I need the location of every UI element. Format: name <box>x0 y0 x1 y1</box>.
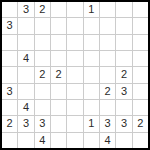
clue-number: 2 <box>105 86 111 97</box>
cell[interactable] <box>2 100 17 115</box>
clue-number: 3 <box>7 86 13 97</box>
cell[interactable] <box>51 100 66 115</box>
cell[interactable] <box>133 2 148 17</box>
cell[interactable] <box>84 100 99 115</box>
puzzle-board: 321342223234233133244 <box>0 0 150 150</box>
cell[interactable]: 3 <box>35 116 50 131</box>
cell[interactable] <box>18 18 33 33</box>
cell[interactable] <box>133 18 148 33</box>
clue-number: 2 <box>7 118 13 129</box>
cell[interactable] <box>18 84 33 99</box>
cell[interactable] <box>84 84 99 99</box>
cell[interactable] <box>116 51 131 66</box>
cell[interactable] <box>67 51 82 66</box>
cell[interactable] <box>35 18 50 33</box>
cell[interactable]: 3 <box>18 116 33 131</box>
cell[interactable] <box>67 84 82 99</box>
cell[interactable]: 3 <box>2 18 17 33</box>
cell[interactable] <box>2 51 17 66</box>
cell[interactable] <box>84 67 99 82</box>
cell[interactable] <box>133 100 148 115</box>
cell[interactable] <box>133 67 148 82</box>
cell[interactable]: 1 <box>84 116 99 131</box>
clue-number: 1 <box>88 4 94 15</box>
cell[interactable] <box>116 133 131 148</box>
cell[interactable] <box>67 133 82 148</box>
cell[interactable] <box>51 35 66 50</box>
cell[interactable]: 2 <box>100 84 115 99</box>
cell[interactable] <box>67 116 82 131</box>
cell[interactable] <box>84 18 99 33</box>
clue-number: 4 <box>39 135 45 146</box>
cell[interactable] <box>35 35 50 50</box>
cell[interactable] <box>35 84 50 99</box>
cell[interactable] <box>2 67 17 82</box>
cell[interactable]: 2 <box>35 2 50 17</box>
cell[interactable]: 3 <box>2 84 17 99</box>
cell[interactable] <box>51 84 66 99</box>
cell[interactable] <box>67 2 82 17</box>
clue-number: 4 <box>105 135 111 146</box>
cell[interactable]: 2 <box>35 67 50 82</box>
clue-number: 2 <box>39 69 45 80</box>
cell[interactable] <box>35 51 50 66</box>
clue-number: 3 <box>105 118 111 129</box>
cell[interactable]: 3 <box>18 2 33 17</box>
cell[interactable]: 3 <box>100 116 115 131</box>
cell[interactable] <box>51 116 66 131</box>
cell[interactable] <box>51 18 66 33</box>
cell[interactable] <box>67 100 82 115</box>
cell[interactable] <box>84 51 99 66</box>
clue-number: 2 <box>39 4 45 15</box>
cell[interactable]: 4 <box>100 133 115 148</box>
clue-number: 3 <box>39 118 45 129</box>
cell[interactable] <box>67 18 82 33</box>
clue-number: 2 <box>56 69 62 80</box>
clue-number: 2 <box>137 118 143 129</box>
clue-number: 3 <box>7 20 13 31</box>
cell[interactable] <box>18 133 33 148</box>
cell[interactable] <box>116 2 131 17</box>
cell[interactable] <box>67 35 82 50</box>
clue-number: 3 <box>121 86 127 97</box>
cell[interactable]: 1 <box>84 2 99 17</box>
cell[interactable] <box>100 18 115 33</box>
cell[interactable] <box>84 35 99 50</box>
clue-number: 3 <box>121 118 127 129</box>
cell[interactable] <box>133 35 148 50</box>
cell[interactable] <box>116 18 131 33</box>
clue-number: 4 <box>23 102 29 113</box>
cell[interactable] <box>2 2 17 17</box>
cell[interactable] <box>51 2 66 17</box>
cell[interactable] <box>18 35 33 50</box>
cell[interactable] <box>100 2 115 17</box>
cell[interactable]: 3 <box>116 84 131 99</box>
cell[interactable]: 2 <box>116 67 131 82</box>
cell[interactable] <box>2 35 17 50</box>
cell[interactable] <box>116 35 131 50</box>
cell[interactable]: 3 <box>116 116 131 131</box>
cell[interactable] <box>133 84 148 99</box>
cell[interactable] <box>116 100 131 115</box>
clue-number: 4 <box>23 53 29 64</box>
cell[interactable]: 2 <box>2 116 17 131</box>
cell[interactable] <box>2 133 17 148</box>
cell[interactable] <box>51 133 66 148</box>
cell[interactable] <box>100 100 115 115</box>
cell[interactable]: 4 <box>18 100 33 115</box>
cell[interactable] <box>100 35 115 50</box>
cell[interactable]: 4 <box>18 51 33 66</box>
cell[interactable] <box>35 100 50 115</box>
cell[interactable] <box>18 67 33 82</box>
cell[interactable] <box>67 67 82 82</box>
clue-number: 1 <box>88 118 94 129</box>
cell[interactable] <box>100 67 115 82</box>
clue-number: 2 <box>121 69 127 80</box>
cell[interactable] <box>133 51 148 66</box>
cell[interactable] <box>100 51 115 66</box>
cell[interactable]: 4 <box>35 133 50 148</box>
cell[interactable]: 2 <box>51 67 66 82</box>
cell[interactable] <box>51 51 66 66</box>
cell[interactable] <box>84 133 99 148</box>
clue-number: 3 <box>23 118 29 129</box>
cell[interactable] <box>133 133 148 148</box>
clue-number: 3 <box>23 4 29 15</box>
cell[interactable]: 2 <box>133 116 148 131</box>
